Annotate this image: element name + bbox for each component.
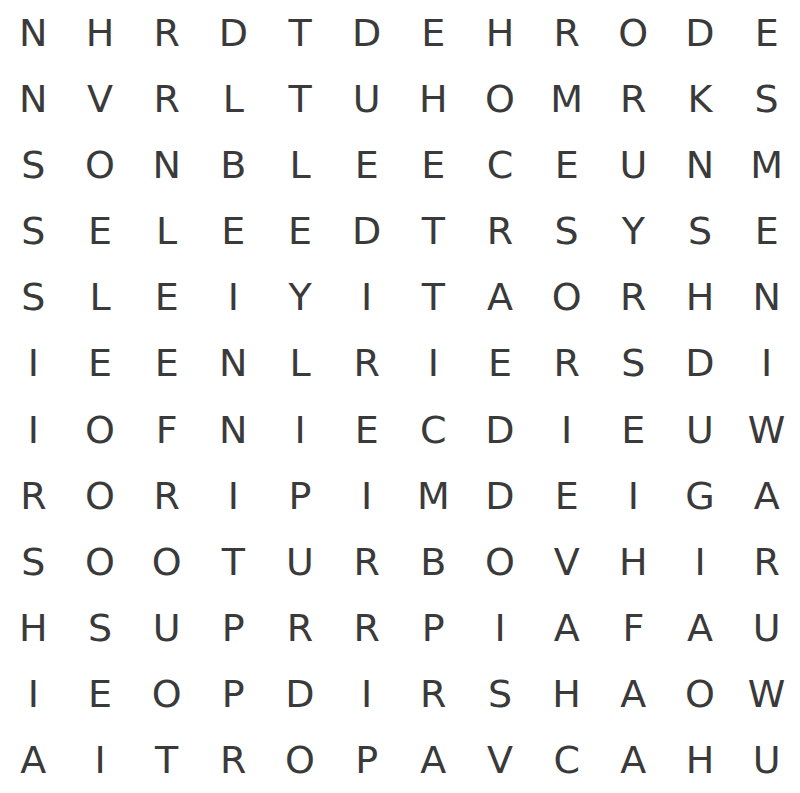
letter-cell-r9c2[interactable]: O [67,529,134,595]
letter-cell-r11c7[interactable]: R [400,661,467,727]
letter-cell-r9c11[interactable]: I [667,529,734,595]
letter-cell-r9c3[interactable]: O [133,529,200,595]
letter-cell-r12c12[interactable]: U [733,727,800,793]
letter-cell-r4c1[interactable]: S [0,198,67,264]
letter-cell-r11c11[interactable]: O [667,661,734,727]
letter-cell-r9c9[interactable]: V [533,529,600,595]
letter-cell-r4c3[interactable]: L [133,198,200,264]
letter-cell-r8c6[interactable]: I [333,463,400,529]
letter-cell-r10c10[interactable]: F [600,595,667,661]
letter-cell-r8c11[interactable]: G [667,463,734,529]
letter-cell-r4c10[interactable]: Y [600,198,667,264]
letter-cell-r3c3[interactable]: N [133,132,200,198]
letter-cell-r9c1[interactable]: S [0,529,67,595]
letter-cell-r8c2[interactable]: O [67,463,134,529]
letter-cell-r10c9[interactable]: A [533,595,600,661]
letter-cell-r3c1[interactable]: S [0,132,67,198]
letter-cell-r3c11[interactable]: N [667,132,734,198]
letter-cell-r4c5[interactable]: E [267,198,334,264]
letter-cell-r5c5[interactable]: Y [267,264,334,330]
letter-cell-r5c2[interactable]: L [67,264,134,330]
letter-cell-r6c4[interactable]: N [200,330,267,396]
letter-cell-r7c4[interactable]: N [200,397,267,463]
letter-cell-r8c5[interactable]: P [267,463,334,529]
letter-cell-r6c8[interactable]: E [467,330,534,396]
letter-cell-r6c12[interactable]: I [733,330,800,396]
letter-cell-r10c6[interactable]: R [333,595,400,661]
letter-cell-r1c6[interactable]: D [333,0,400,66]
letter-cell-r8c12[interactable]: A [733,463,800,529]
letter-cell-r10c3[interactable]: U [133,595,200,661]
letter-cell-r5c6[interactable]: I [333,264,400,330]
letter-cell-r4c12[interactable]: E [733,198,800,264]
letter-cell-r7c3[interactable]: F [133,397,200,463]
letter-cell-r4c8[interactable]: R [467,198,534,264]
letter-cell-r1c12[interactable]: E [733,0,800,66]
letter-cell-r11c1[interactable]: I [0,661,67,727]
letter-cell-r1c8[interactable]: H [467,0,534,66]
letter-cell-r8c4[interactable]: I [200,463,267,529]
letter-cell-r11c5[interactable]: D [267,661,334,727]
letter-cell-r11c9[interactable]: H [533,661,600,727]
letter-cell-r1c9[interactable]: R [533,0,600,66]
letter-cell-r4c4[interactable]: E [200,198,267,264]
letter-cell-r4c11[interactable]: S [667,198,734,264]
letter-cell-r6c10[interactable]: S [600,330,667,396]
letter-cell-r8c8[interactable]: D [467,463,534,529]
letter-cell-r7c1[interactable]: I [0,397,67,463]
letter-cell-r10c11[interactable]: A [667,595,734,661]
letter-cell-r10c5[interactable]: R [267,595,334,661]
letter-cell-r2c10[interactable]: R [600,66,667,132]
letter-cell-r3c6[interactable]: E [333,132,400,198]
letter-cell-r4c9[interactable]: S [533,198,600,264]
letter-cell-r6c6[interactable]: R [333,330,400,396]
letter-cell-r8c3[interactable]: R [133,463,200,529]
letter-cell-r6c7[interactable]: I [400,330,467,396]
letter-cell-r7c8[interactable]: D [467,397,534,463]
letter-cell-r2c2[interactable]: V [67,66,134,132]
letter-cell-r11c12[interactable]: W [733,661,800,727]
letter-cell-r12c10[interactable]: A [600,727,667,793]
letter-cell-r11c6[interactable]: I [333,661,400,727]
letter-cell-r3c7[interactable]: E [400,132,467,198]
letter-cell-r12c8[interactable]: V [467,727,534,793]
letter-cell-r6c5[interactable]: L [267,330,334,396]
letter-cell-r5c12[interactable]: N [733,264,800,330]
letter-cell-r4c7[interactable]: T [400,198,467,264]
letter-cell-r5c3[interactable]: E [133,264,200,330]
letter-cell-r6c1[interactable]: I [0,330,67,396]
letter-cell-r2c7[interactable]: H [400,66,467,132]
letter-cell-r7c11[interactable]: U [667,397,734,463]
letter-cell-r12c2[interactable]: I [67,727,134,793]
letter-cell-r3c8[interactable]: C [467,132,534,198]
letter-cell-r1c2[interactable]: H [67,0,134,66]
letter-cell-r2c9[interactable]: M [533,66,600,132]
letter-cell-r5c9[interactable]: O [533,264,600,330]
letter-cell-r9c10[interactable]: H [600,529,667,595]
letter-cell-r10c4[interactable]: P [200,595,267,661]
letter-cell-r5c1[interactable]: S [0,264,67,330]
letter-cell-r10c2[interactable]: S [67,595,134,661]
letter-cell-r6c2[interactable]: E [67,330,134,396]
letter-cell-r7c5[interactable]: I [267,397,334,463]
letter-cell-r9c5[interactable]: U [267,529,334,595]
letter-cell-r3c9[interactable]: E [533,132,600,198]
letter-cell-r9c7[interactable]: B [400,529,467,595]
letter-cell-r2c11[interactable]: K [667,66,734,132]
letter-cell-r9c4[interactable]: T [200,529,267,595]
letter-cell-r3c2[interactable]: O [67,132,134,198]
letter-cell-r7c7[interactable]: C [400,397,467,463]
letter-cell-r8c9[interactable]: E [533,463,600,529]
letter-cell-r2c8[interactable]: O [467,66,534,132]
letter-cell-r4c2[interactable]: E [67,198,134,264]
letter-cell-r1c3[interactable]: R [133,0,200,66]
letter-cell-r12c3[interactable]: T [133,727,200,793]
letter-cell-r9c8[interactable]: O [467,529,534,595]
letter-cell-r12c4[interactable]: R [200,727,267,793]
letter-cell-r2c12[interactable]: S [733,66,800,132]
letter-cell-r12c1[interactable]: A [0,727,67,793]
letter-cell-r3c10[interactable]: U [600,132,667,198]
letter-cell-r1c10[interactable]: O [600,0,667,66]
letter-cell-r7c9[interactable]: I [533,397,600,463]
letter-cell-r12c6[interactable]: P [333,727,400,793]
letter-cell-r4c6[interactable]: D [333,198,400,264]
letter-cell-r8c10[interactable]: I [600,463,667,529]
letter-cell-r12c11[interactable]: H [667,727,734,793]
letter-cell-r11c3[interactable]: O [133,661,200,727]
letter-cell-r10c12[interactable]: U [733,595,800,661]
letter-cell-r7c12[interactable]: W [733,397,800,463]
letter-cell-r6c9[interactable]: R [533,330,600,396]
letter-cell-r10c1[interactable]: H [0,595,67,661]
letter-cell-r12c5[interactable]: O [267,727,334,793]
letter-cell-r11c2[interactable]: E [67,661,134,727]
letter-cell-r1c4[interactable]: D [200,0,267,66]
letter-cell-r3c5[interactable]: L [267,132,334,198]
letter-cell-r1c1[interactable]: N [0,0,67,66]
letter-cell-r10c7[interactable]: P [400,595,467,661]
letter-cell-r5c11[interactable]: H [667,264,734,330]
letter-cell-r12c9[interactable]: C [533,727,600,793]
letter-cell-r11c8[interactable]: S [467,661,534,727]
letter-cell-r5c10[interactable]: R [600,264,667,330]
letter-cell-r6c3[interactable]: E [133,330,200,396]
letter-cell-r7c10[interactable]: E [600,397,667,463]
word-search-puzzle: NHRDTDEHRODENVRLTUHOMRKSSONBLEECEUNMSELE… [0,0,800,793]
letter-cell-r10c8[interactable]: I [467,595,534,661]
letter-cell-r12c7[interactable]: A [400,727,467,793]
letter-cell-r5c8[interactable]: A [467,264,534,330]
letter-cell-r8c1[interactable]: R [0,463,67,529]
letter-cell-r9c6[interactable]: R [333,529,400,595]
letter-cell-r8c7[interactable]: M [400,463,467,529]
letter-cell-r7c6[interactable]: E [333,397,400,463]
letter-cell-r2c1[interactable]: N [0,66,67,132]
letter-cell-r2c3[interactable]: R [133,66,200,132]
letter-cell-r11c10[interactable]: A [600,661,667,727]
letter-cell-r2c5[interactable]: T [267,66,334,132]
letter-cell-r6c11[interactable]: D [667,330,734,396]
letter-cell-r5c7[interactable]: T [400,264,467,330]
letter-cell-r1c11[interactable]: D [667,0,734,66]
letter-cell-r3c4[interactable]: B [200,132,267,198]
letter-cell-r1c5[interactable]: T [267,0,334,66]
letter-cell-r2c4[interactable]: L [200,66,267,132]
letter-cell-r1c7[interactable]: E [400,0,467,66]
letter-cell-r3c12[interactable]: M [733,132,800,198]
letter-cell-r2c6[interactable]: U [333,66,400,132]
word-search-grid: NHRDTDEHRODENVRLTUHOMRKSSONBLEECEUNMSELE… [0,0,800,793]
letter-cell-r7c2[interactable]: O [67,397,134,463]
letter-cell-r11c4[interactable]: P [200,661,267,727]
letter-cell-r9c12[interactable]: R [733,529,800,595]
letter-cell-r5c4[interactable]: I [200,264,267,330]
